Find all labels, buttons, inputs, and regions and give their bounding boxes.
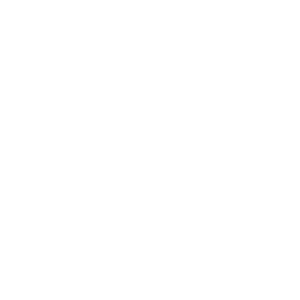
board-scene [0,0,300,300]
pieces-layer [0,0,300,300]
